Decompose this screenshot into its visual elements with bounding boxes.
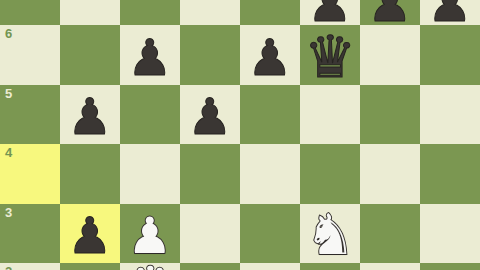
square-b5[interactable]: ♟: [60, 85, 120, 145]
chess-board: ♟♟♟6♟♟♛5♟♟43♟♟♞2♛: [0, 0, 480, 270]
piece-black-pawn-b5[interactable]: ♟: [60, 88, 120, 148]
square-f7[interactable]: ♟: [300, 0, 360, 25]
square-h2[interactable]: [420, 263, 480, 270]
square-a4[interactable]: 4: [0, 144, 60, 204]
square-a3[interactable]: 3: [0, 204, 60, 264]
square-e2[interactable]: [240, 263, 300, 270]
square-g4[interactable]: [360, 144, 420, 204]
square-a7[interactable]: [0, 0, 60, 25]
square-d3[interactable]: [180, 204, 240, 264]
square-b3[interactable]: ♟: [60, 204, 120, 264]
rank-label-4: 4: [5, 146, 12, 159]
square-g3[interactable]: [360, 204, 420, 264]
square-d5[interactable]: ♟: [180, 85, 240, 145]
square-d4[interactable]: [180, 144, 240, 204]
square-h7[interactable]: ♟: [420, 0, 480, 25]
rank-label-6: 6: [5, 27, 12, 40]
square-e4[interactable]: [240, 144, 300, 204]
square-g6[interactable]: [360, 25, 420, 85]
square-d6[interactable]: [180, 25, 240, 85]
square-b6[interactable]: [60, 25, 120, 85]
square-b2[interactable]: [60, 263, 120, 270]
square-c4[interactable]: [120, 144, 180, 204]
rank-label-2: 2: [5, 265, 12, 270]
square-a2[interactable]: 2: [0, 263, 60, 270]
board-viewport: ♟♟♟6♟♟♛5♟♟43♟♟♞2♛: [0, 0, 480, 270]
square-g7[interactable]: ♟: [360, 0, 420, 25]
square-f2[interactable]: [300, 263, 360, 270]
square-h5[interactable]: [420, 85, 480, 145]
piece-black-pawn-b3[interactable]: ♟: [60, 207, 120, 267]
square-c6[interactable]: ♟: [120, 25, 180, 85]
piece-white-knight-f3[interactable]: ♞: [300, 206, 360, 266]
square-b7[interactable]: [60, 0, 120, 25]
square-e5[interactable]: [240, 85, 300, 145]
square-g5[interactable]: [360, 85, 420, 145]
square-e6[interactable]: ♟: [240, 25, 300, 85]
square-h4[interactable]: [420, 144, 480, 204]
square-b4[interactable]: [60, 144, 120, 204]
square-h6[interactable]: [420, 25, 480, 85]
piece-black-pawn-e6[interactable]: ♟: [240, 28, 300, 88]
square-c5[interactable]: [120, 85, 180, 145]
square-d7[interactable]: [180, 0, 240, 25]
square-e7[interactable]: [240, 0, 300, 25]
square-h3[interactable]: [420, 204, 480, 264]
square-e3[interactable]: [240, 204, 300, 264]
square-a6[interactable]: 6: [0, 25, 60, 85]
piece-black-pawn-d5[interactable]: ♟: [180, 88, 240, 148]
square-c2[interactable]: ♛: [120, 263, 180, 270]
piece-black-queen-f6[interactable]: ♛: [300, 27, 360, 87]
rank-label-3: 3: [5, 206, 12, 219]
square-c7[interactable]: [120, 0, 180, 25]
square-f3[interactable]: ♞: [300, 204, 360, 264]
square-f4[interactable]: [300, 144, 360, 204]
piece-white-queen-c2[interactable]: ♛: [120, 258, 180, 270]
rank-label-5: 5: [5, 87, 12, 100]
square-d2[interactable]: [180, 263, 240, 270]
square-g2[interactable]: [360, 263, 420, 270]
square-f6[interactable]: ♛: [300, 25, 360, 85]
piece-black-pawn-c6[interactable]: ♟: [120, 28, 180, 88]
square-f5[interactable]: [300, 85, 360, 145]
square-a5[interactable]: 5: [0, 85, 60, 145]
